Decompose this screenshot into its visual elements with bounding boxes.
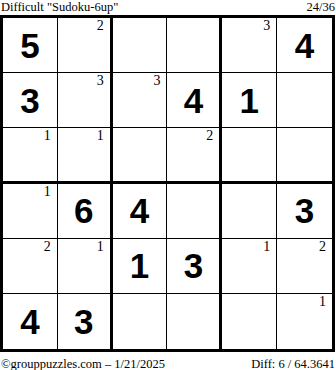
given-digit: 4: [130, 193, 149, 228]
cell-r5c6[interactable]: 2: [277, 239, 332, 294]
cell-r6c6[interactable]: 1: [277, 294, 332, 349]
cell-r3c6[interactable]: [277, 128, 332, 183]
cell-r3c1[interactable]: 1: [3, 128, 58, 183]
cell-r4c5[interactable]: [222, 184, 277, 239]
given-digit: 4: [20, 304, 39, 339]
cell-r4c3[interactable]: 4: [113, 184, 168, 239]
pencil-mark: 1: [319, 294, 326, 310]
cell-r1c6[interactable]: 4: [277, 18, 332, 73]
pencil-mark: 2: [97, 18, 104, 34]
pencil-mark: 3: [263, 18, 270, 34]
given-digit: 1: [130, 248, 149, 283]
cell-r4c1[interactable]: 1: [3, 184, 58, 239]
given-digit: 5: [20, 28, 39, 63]
pencil-mark: 2: [319, 239, 326, 255]
given-digit: 3: [184, 248, 203, 283]
cell-r6c5[interactable]: [222, 294, 277, 349]
cell-r1c5[interactable]: 3: [222, 18, 277, 73]
cell-r6c1[interactable]: 4: [3, 294, 58, 349]
cell-r5c4[interactable]: 3: [167, 239, 222, 294]
cell-r5c5[interactable]: 1: [222, 239, 277, 294]
given-digit: 3: [20, 83, 39, 118]
given-digit: 4: [295, 28, 314, 63]
given-digit: 3: [295, 193, 314, 228]
sudoku-page: Difficult "Sudoku-6up" 24/36 52343334111…: [0, 0, 336, 370]
pencil-mark: 1: [97, 128, 104, 144]
cell-r3c3[interactable]: [113, 128, 168, 183]
cell-r5c3[interactable]: 1: [113, 239, 168, 294]
cell-r2c2[interactable]: 3: [58, 73, 113, 128]
cell-r4c4[interactable]: [167, 184, 222, 239]
header: Difficult "Sudoku-6up" 24/36: [0, 0, 336, 15]
footer: ©grouppuzzles.com – 1/21/2025 Diff: 6 / …: [0, 352, 336, 370]
pencil-mark: 1: [263, 239, 270, 255]
difficulty-text: Diff: 6 / 64.3641: [251, 357, 335, 370]
pencil-mark: 3: [97, 73, 104, 89]
given-digit: 6: [74, 193, 93, 228]
cell-r4c6[interactable]: 3: [277, 184, 332, 239]
cell-r1c3[interactable]: [113, 18, 168, 73]
cell-r6c2[interactable]: 3: [58, 294, 113, 349]
copyright-text: ©grouppuzzles.com – 1/21/2025: [1, 357, 165, 370]
cell-r2c4[interactable]: 4: [167, 73, 222, 128]
cell-r2c1[interactable]: 3: [3, 73, 58, 128]
given-digit: 4: [184, 83, 203, 118]
pencil-mark: 2: [44, 239, 51, 255]
cell-r5c2[interactable]: 1: [58, 239, 113, 294]
pencil-mark: 2: [206, 128, 213, 144]
pencil-mark: 1: [97, 239, 104, 255]
cell-r3c5[interactable]: [222, 128, 277, 183]
progress-counter: 24/36: [307, 1, 335, 14]
cell-r6c3[interactable]: [113, 294, 168, 349]
pencil-mark: 1: [44, 128, 51, 144]
cell-r3c2[interactable]: 1: [58, 128, 113, 183]
puzzle-title: Difficult "Sudoku-6up": [1, 1, 118, 14]
cell-r5c1[interactable]: 2: [3, 239, 58, 294]
sudoku-board: 5234333411121643211312431: [0, 15, 335, 352]
pencil-mark: 3: [153, 73, 160, 89]
given-digit: 3: [74, 304, 93, 339]
cell-r1c1[interactable]: 5: [3, 18, 58, 73]
cell-r6c4[interactable]: [167, 294, 222, 349]
cell-r2c6[interactable]: [277, 73, 332, 128]
cell-r3c4[interactable]: 2: [167, 128, 222, 183]
cell-r1c4[interactable]: [167, 18, 222, 73]
cell-r1c2[interactable]: 2: [58, 18, 113, 73]
cell-r2c3[interactable]: 3: [113, 73, 168, 128]
cell-r2c5[interactable]: 1: [222, 73, 277, 128]
cell-r4c2[interactable]: 6: [58, 184, 113, 239]
pencil-mark: 1: [44, 184, 51, 200]
given-digit: 1: [240, 83, 259, 118]
